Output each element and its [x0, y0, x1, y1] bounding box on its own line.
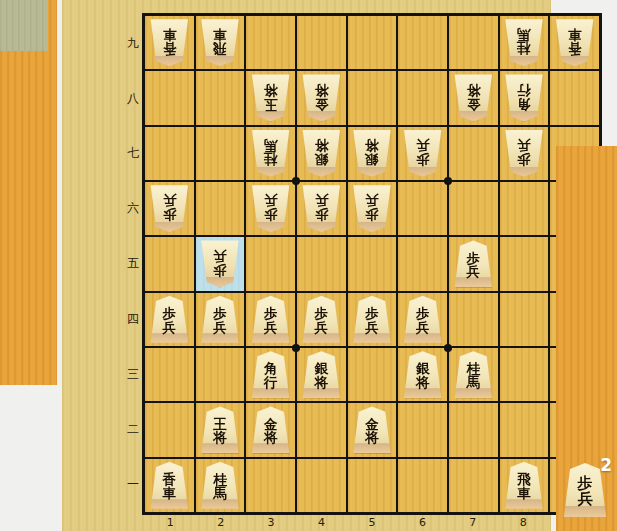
- square-6-5[interactable]: [398, 237, 447, 290]
- square-8-5[interactable]: [500, 237, 549, 290]
- piece-kanji: 桂馬: [264, 138, 278, 166]
- rank-label: 七: [124, 126, 142, 181]
- square-3-6[interactable]: 歩兵: [246, 182, 295, 235]
- square-2-3[interactable]: [196, 348, 245, 401]
- file-label: 4: [296, 514, 346, 530]
- piece-knight-bottom[interactable]: 桂馬: [454, 351, 493, 398]
- piece-kanji: 歩兵: [416, 307, 430, 335]
- piece-kanji: 金将: [315, 83, 329, 111]
- square-2-1[interactable]: 桂馬: [196, 459, 245, 512]
- piece-pawn-top[interactable]: 歩兵: [403, 130, 442, 177]
- piece-kanji: 王将: [213, 418, 227, 446]
- square-3-4[interactable]: 歩兵: [246, 293, 295, 346]
- star-point: [444, 344, 452, 352]
- square-5-8[interactable]: [348, 71, 397, 124]
- piece-silver-bottom[interactable]: 銀将: [403, 351, 442, 398]
- piece-rook-top[interactable]: 飛車: [200, 19, 239, 66]
- star-point: [292, 344, 300, 352]
- rank-label: 四: [124, 292, 142, 347]
- square-1-6[interactable]: 歩兵: [145, 182, 194, 235]
- square-7-5[interactable]: 歩兵: [449, 237, 498, 290]
- square-3-1[interactable]: [246, 459, 295, 512]
- square-6-2[interactable]: [398, 403, 447, 456]
- piece-kanji: 金将: [467, 83, 481, 111]
- file-label: 3: [246, 514, 296, 530]
- square-7-9[interactable]: [449, 16, 498, 69]
- star-point: [292, 177, 300, 185]
- piece-kanji: 歩兵: [264, 307, 278, 335]
- square-5-7[interactable]: 銀将: [348, 127, 397, 180]
- piece-kanji: 歩兵: [365, 307, 379, 335]
- rank-labels: 九八七六五四三二一: [124, 16, 142, 512]
- piece-pawn-top[interactable]: 歩兵: [200, 240, 239, 287]
- square-7-2[interactable]: [449, 403, 498, 456]
- square-8-3[interactable]: [500, 348, 549, 401]
- square-6-1[interactable]: [398, 459, 447, 512]
- piece-kanji: 桂馬: [467, 362, 481, 390]
- opponent-hand-tray[interactable]: [0, 0, 57, 385]
- piece-knight-top[interactable]: 桂馬: [251, 130, 290, 177]
- hand-count: 2: [600, 455, 612, 475]
- square-5-4[interactable]: 歩兵: [348, 293, 397, 346]
- piece-lance-top[interactable]: 香車: [150, 19, 189, 66]
- piece-pawn-bottom[interactable]: 歩兵: [352, 296, 391, 343]
- square-2-2[interactable]: 王将: [196, 403, 245, 456]
- square-1-5[interactable]: [145, 237, 194, 290]
- square-2-4[interactable]: 歩兵: [196, 293, 245, 346]
- file-labels: 123456789: [145, 514, 599, 530]
- piece-silver-top[interactable]: 銀将: [302, 130, 341, 177]
- square-8-7[interactable]: 歩兵: [500, 127, 549, 180]
- piece-kanji: 歩兵: [315, 307, 329, 335]
- piece-lance-bottom[interactable]: 香車: [150, 462, 189, 509]
- file-label: 5: [347, 514, 397, 530]
- square-7-3[interactable]: 桂馬: [449, 348, 498, 401]
- square-6-7[interactable]: 歩兵: [398, 127, 447, 180]
- square-4-9[interactable]: [297, 16, 346, 69]
- square-8-8[interactable]: 角行: [500, 71, 549, 124]
- piece-kanji: 歩兵: [578, 476, 593, 507]
- piece-kanji: 桂馬: [517, 27, 531, 55]
- piece-kanji: 飛車: [517, 473, 531, 501]
- square-8-6[interactable]: [500, 182, 549, 235]
- square-3-7[interactable]: 桂馬: [246, 127, 295, 180]
- piece-kanji: 銀将: [365, 138, 379, 166]
- piece-kanji: 飛車: [213, 27, 227, 55]
- file-label: 6: [397, 514, 447, 530]
- square-4-5[interactable]: [297, 237, 346, 290]
- piece-knight-bottom[interactable]: 桂馬: [200, 462, 239, 509]
- piece-kanji: 歩兵: [467, 252, 481, 280]
- square-7-4[interactable]: [449, 293, 498, 346]
- file-label: 7: [448, 514, 498, 530]
- piece-rook-bottom[interactable]: 飛車: [504, 462, 543, 509]
- piece-pawn-top[interactable]: 歩兵: [352, 185, 391, 232]
- piece-king-bottom[interactable]: 王将: [200, 406, 239, 453]
- square-7-7[interactable]: [449, 127, 498, 180]
- square-4-4[interactable]: 歩兵: [297, 293, 346, 346]
- square-1-8[interactable]: [145, 71, 194, 124]
- square-2-6[interactable]: [196, 182, 245, 235]
- square-6-6[interactable]: [398, 182, 447, 235]
- square-3-2[interactable]: 金将: [246, 403, 295, 456]
- piece-kanji: 金将: [365, 418, 379, 446]
- square-4-8[interactable]: 金将: [297, 71, 346, 124]
- square-7-8[interactable]: 金将: [449, 71, 498, 124]
- piece-silver-top[interactable]: 銀将: [352, 130, 391, 177]
- piece-pawn-top[interactable]: 歩兵: [251, 185, 290, 232]
- square-7-1[interactable]: [449, 459, 498, 512]
- rank-label: 一: [124, 457, 142, 512]
- piece-kanji: 歩兵: [517, 138, 531, 166]
- piece-kanji: 歩兵: [264, 193, 278, 221]
- piece-kanji: 銀将: [416, 362, 430, 390]
- piece-pawn-bottom[interactable]: 歩兵: [200, 296, 239, 343]
- piece-silver-bottom[interactable]: 銀将: [302, 351, 341, 398]
- square-5-5[interactable]: [348, 237, 397, 290]
- square-6-4[interactable]: 歩兵: [398, 293, 447, 346]
- square-3-9[interactable]: [246, 16, 295, 69]
- square-4-6[interactable]: 歩兵: [297, 182, 346, 235]
- square-1-4[interactable]: 歩兵: [145, 293, 194, 346]
- piece-kanji: 歩兵: [163, 307, 177, 335]
- square-5-2[interactable]: 金将: [348, 403, 397, 456]
- square-1-3[interactable]: [145, 348, 194, 401]
- piece-kanji: 銀将: [315, 138, 329, 166]
- square-4-2[interactable]: [297, 403, 346, 456]
- square-5-1[interactable]: [348, 459, 397, 512]
- piece-kanji: 角行: [517, 83, 531, 111]
- piece-bishop-top[interactable]: 角行: [504, 74, 543, 121]
- square-4-1[interactable]: [297, 459, 346, 512]
- rank-label: 九: [124, 16, 142, 71]
- piece-kanji: 角行: [264, 362, 278, 390]
- piece-kanji: 歩兵: [416, 138, 430, 166]
- piece-kanji: 銀将: [315, 362, 329, 390]
- square-8-4[interactable]: [500, 293, 549, 346]
- square-9-8[interactable]: [550, 71, 599, 124]
- square-8-2[interactable]: [500, 403, 549, 456]
- square-5-3[interactable]: [348, 348, 397, 401]
- square-9-9[interactable]: 香車: [550, 16, 599, 69]
- piece-kanji: 香車: [163, 473, 177, 501]
- rank-label: 五: [124, 236, 142, 291]
- piece-kanji: 歩兵: [365, 193, 379, 221]
- square-3-5[interactable]: [246, 237, 295, 290]
- shogi-board: 香車飛車桂馬香車玉将金将金将角行桂馬銀将銀将歩兵歩兵歩兵歩兵歩兵歩兵歩兵歩兵歩兵…: [142, 13, 602, 515]
- square-1-7[interactable]: [145, 127, 194, 180]
- rank-label: 六: [124, 181, 142, 236]
- piece-lance-top[interactable]: 香車: [555, 19, 594, 66]
- piece-gold-top[interactable]: 金将: [302, 74, 341, 121]
- piece-bishop-bottom[interactable]: 角行: [251, 351, 290, 398]
- square-8-1[interactable]: 飛車: [500, 459, 549, 512]
- piece-kanji: 歩兵: [315, 193, 329, 221]
- piece-king-top[interactable]: 玉将: [251, 74, 290, 121]
- piece-pawn-top[interactable]: 歩兵: [302, 185, 341, 232]
- square-2-9[interactable]: 飛車: [196, 16, 245, 69]
- piece-pawn-bottom[interactable]: 歩兵: [302, 296, 341, 343]
- square-1-9[interactable]: 香車: [145, 16, 194, 69]
- square-1-1[interactable]: 香車: [145, 459, 194, 512]
- piece-gold-bottom[interactable]: 金将: [251, 406, 290, 453]
- piece-knight-top[interactable]: 桂馬: [504, 19, 543, 66]
- piece-kanji: 香車: [568, 27, 582, 55]
- piece-kanji: 玉将: [264, 83, 278, 111]
- square-2-8[interactable]: [196, 71, 245, 124]
- piece-gold-bottom[interactable]: 金将: [352, 406, 391, 453]
- star-point: [444, 177, 452, 185]
- board-panel: 九八七六五四三二一 香車飛車桂馬香車玉将金将金将角行桂馬銀将銀将歩兵歩兵歩兵歩兵…: [62, 0, 551, 531]
- square-2-5[interactable]: 歩兵: [196, 237, 245, 290]
- square-5-6[interactable]: 歩兵: [348, 182, 397, 235]
- piece-pawn-top[interactable]: 歩兵: [504, 130, 543, 177]
- opponent-panel: [0, 0, 48, 51]
- shogi-app: 九八七六五四三二一 香車飛車桂馬香車玉将金将金将角行桂馬銀将銀将歩兵歩兵歩兵歩兵…: [0, 0, 617, 531]
- square-5-9[interactable]: [348, 16, 397, 69]
- piece-pawn-top[interactable]: 歩兵: [150, 185, 189, 232]
- piece-pawn-bottom[interactable]: 歩兵: [150, 296, 189, 343]
- piece-kanji: 歩兵: [163, 193, 177, 221]
- piece-kanji: 桂馬: [213, 473, 227, 501]
- square-1-2[interactable]: [145, 403, 194, 456]
- rank-label: 八: [124, 71, 142, 126]
- file-label: 1: [145, 514, 195, 530]
- piece-kanji: 歩兵: [213, 307, 227, 335]
- piece-gold-top[interactable]: 金将: [454, 74, 493, 121]
- file-label: 2: [195, 514, 245, 530]
- square-2-7[interactable]: [196, 127, 245, 180]
- square-8-9[interactable]: 桂馬: [500, 16, 549, 69]
- piece-pawn-bottom[interactable]: 歩兵: [251, 296, 290, 343]
- piece-kanji: 香車: [163, 27, 177, 55]
- square-6-3[interactable]: 銀将: [398, 348, 447, 401]
- player-hand-tray[interactable]: 歩兵2: [556, 146, 617, 531]
- square-3-3[interactable]: 角行: [246, 348, 295, 401]
- square-7-6[interactable]: [449, 182, 498, 235]
- piece-pawn-bottom[interactable]: 歩兵: [454, 240, 493, 287]
- piece-pawn-bottom[interactable]: 歩兵: [403, 296, 442, 343]
- square-3-8[interactable]: 玉将: [246, 71, 295, 124]
- square-6-9[interactable]: [398, 16, 447, 69]
- piece-kanji: 金将: [264, 418, 278, 446]
- rank-label: 三: [124, 347, 142, 402]
- file-label: 8: [498, 514, 548, 530]
- square-6-8[interactable]: [398, 71, 447, 124]
- square-4-7[interactable]: 銀将: [297, 127, 346, 180]
- rank-label: 二: [124, 402, 142, 457]
- piece-kanji: 歩兵: [213, 249, 227, 277]
- square-4-3[interactable]: 銀将: [297, 348, 346, 401]
